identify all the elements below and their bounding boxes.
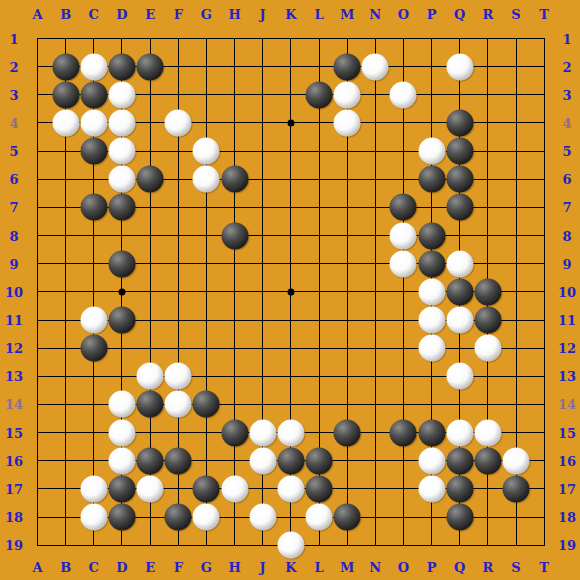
column-label-top: P bbox=[427, 7, 437, 22]
row-label-right: 7 bbox=[562, 200, 571, 215]
black-stone bbox=[306, 447, 333, 474]
white-stone bbox=[80, 504, 107, 531]
white-stone bbox=[446, 53, 473, 80]
row-label-right: 12 bbox=[558, 341, 576, 356]
white-stone bbox=[193, 166, 220, 193]
column-label-bottom: H bbox=[228, 560, 240, 575]
black-stone bbox=[306, 81, 333, 108]
black-stone bbox=[137, 391, 164, 418]
black-stone bbox=[418, 222, 445, 249]
row-label-right: 16 bbox=[558, 453, 576, 468]
white-stone bbox=[108, 419, 135, 446]
white-stone bbox=[306, 504, 333, 531]
row-label-right: 19 bbox=[558, 538, 576, 553]
white-stone bbox=[108, 81, 135, 108]
column-label-bottom: E bbox=[145, 560, 155, 575]
row-label-left: 19 bbox=[5, 538, 23, 553]
black-stone bbox=[277, 447, 304, 474]
row-label-left: 4 bbox=[9, 115, 18, 130]
row-label-right: 18 bbox=[558, 510, 576, 525]
column-label-top: T bbox=[539, 7, 549, 22]
column-label-bottom: N bbox=[369, 560, 381, 575]
white-stone bbox=[418, 138, 445, 165]
column-label-bottom: D bbox=[116, 560, 127, 575]
column-label-bottom: L bbox=[314, 560, 323, 575]
white-stone bbox=[446, 363, 473, 390]
white-stone bbox=[108, 109, 135, 136]
row-label-left: 15 bbox=[5, 425, 23, 440]
column-label-bottom: G bbox=[201, 560, 212, 575]
black-stone bbox=[80, 194, 107, 221]
column-label-top: L bbox=[314, 7, 323, 22]
black-stone bbox=[221, 222, 248, 249]
black-stone bbox=[446, 109, 473, 136]
go-board[interactable]: AABBCCDDEEFFGGHHJJKKLLMMNNOOPPQQRRSSTT11… bbox=[0, 0, 580, 580]
black-stone bbox=[446, 504, 473, 531]
row-label-left: 2 bbox=[9, 59, 18, 74]
column-label-bottom: O bbox=[398, 560, 409, 575]
row-label-right: 2 bbox=[562, 59, 571, 74]
black-stone bbox=[108, 250, 135, 277]
column-label-top: R bbox=[482, 7, 493, 22]
black-stone bbox=[80, 335, 107, 362]
row-label-left: 5 bbox=[9, 144, 18, 159]
black-stone bbox=[474, 447, 501, 474]
column-label-bottom: T bbox=[539, 560, 549, 575]
column-label-top: M bbox=[340, 7, 354, 22]
black-stone bbox=[446, 278, 473, 305]
white-stone bbox=[108, 166, 135, 193]
white-stone bbox=[390, 222, 417, 249]
column-label-top: F bbox=[174, 7, 183, 22]
white-stone bbox=[193, 504, 220, 531]
white-stone bbox=[137, 475, 164, 502]
star-point bbox=[287, 288, 294, 295]
black-stone bbox=[52, 81, 79, 108]
row-label-right: 13 bbox=[558, 369, 576, 384]
row-label-left: 10 bbox=[5, 284, 23, 299]
white-stone bbox=[390, 81, 417, 108]
column-label-top: G bbox=[201, 7, 212, 22]
row-label-left: 13 bbox=[5, 369, 23, 384]
black-stone bbox=[334, 419, 361, 446]
row-label-left: 12 bbox=[5, 341, 23, 356]
white-stone bbox=[362, 53, 389, 80]
black-stone bbox=[418, 419, 445, 446]
black-stone bbox=[446, 475, 473, 502]
row-label-right: 11 bbox=[558, 313, 576, 328]
row-label-right: 15 bbox=[558, 425, 576, 440]
white-stone bbox=[193, 138, 220, 165]
column-label-top: S bbox=[511, 7, 520, 22]
black-stone bbox=[221, 166, 248, 193]
white-stone bbox=[334, 109, 361, 136]
row-label-left: 11 bbox=[5, 313, 23, 328]
white-stone bbox=[108, 391, 135, 418]
column-label-bottom: M bbox=[340, 560, 354, 575]
black-stone bbox=[446, 138, 473, 165]
row-label-right: 10 bbox=[558, 284, 576, 299]
column-label-top: K bbox=[285, 7, 296, 22]
row-label-left: 3 bbox=[9, 87, 18, 102]
black-stone bbox=[474, 307, 501, 334]
column-label-top: D bbox=[116, 7, 127, 22]
row-label-left: 14 bbox=[5, 397, 23, 412]
row-label-left: 8 bbox=[9, 228, 18, 243]
column-label-bottom: C bbox=[89, 560, 99, 575]
row-label-right: 4 bbox=[562, 115, 571, 130]
black-stone bbox=[418, 250, 445, 277]
white-stone bbox=[418, 278, 445, 305]
black-stone bbox=[446, 194, 473, 221]
black-stone bbox=[474, 278, 501, 305]
white-stone bbox=[249, 419, 276, 446]
black-stone bbox=[390, 194, 417, 221]
black-stone bbox=[193, 475, 220, 502]
black-stone bbox=[334, 504, 361, 531]
column-label-top: Q bbox=[454, 7, 465, 22]
column-label-top: E bbox=[145, 7, 155, 22]
black-stone bbox=[165, 504, 192, 531]
white-stone bbox=[80, 109, 107, 136]
white-stone bbox=[137, 363, 164, 390]
column-label-bottom: K bbox=[285, 560, 296, 575]
go-board-app: AABBCCDDEEFFGGHHJJKKLLMMNNOOPPQQRRSSTT11… bbox=[0, 0, 580, 580]
column-label-top: N bbox=[369, 7, 381, 22]
board-grid-line bbox=[375, 38, 376, 545]
white-stone bbox=[108, 447, 135, 474]
row-label-right: 6 bbox=[562, 172, 571, 187]
black-stone bbox=[221, 419, 248, 446]
white-stone bbox=[446, 307, 473, 334]
board-grid-line bbox=[544, 38, 545, 545]
white-stone bbox=[165, 363, 192, 390]
column-label-bottom: F bbox=[174, 560, 183, 575]
white-stone bbox=[418, 335, 445, 362]
column-label-top: O bbox=[398, 7, 409, 22]
white-stone bbox=[446, 419, 473, 446]
white-stone bbox=[418, 475, 445, 502]
column-label-top: C bbox=[89, 7, 99, 22]
black-stone bbox=[446, 166, 473, 193]
column-label-bottom: R bbox=[482, 560, 493, 575]
black-stone bbox=[418, 166, 445, 193]
white-stone bbox=[165, 109, 192, 136]
white-stone bbox=[334, 81, 361, 108]
white-stone bbox=[80, 475, 107, 502]
board-grid-line bbox=[403, 38, 404, 545]
column-label-bottom: A bbox=[32, 560, 42, 575]
black-stone bbox=[80, 138, 107, 165]
column-label-top: B bbox=[60, 7, 71, 22]
white-stone bbox=[52, 109, 79, 136]
black-stone bbox=[446, 447, 473, 474]
black-stone bbox=[108, 194, 135, 221]
row-label-left: 16 bbox=[5, 453, 23, 468]
row-label-right: 1 bbox=[562, 31, 571, 46]
white-stone bbox=[474, 419, 501, 446]
white-stone bbox=[277, 419, 304, 446]
white-stone bbox=[165, 391, 192, 418]
column-label-top: H bbox=[228, 7, 240, 22]
column-label-top: A bbox=[32, 7, 42, 22]
white-stone bbox=[249, 504, 276, 531]
row-label-left: 17 bbox=[5, 481, 23, 496]
black-stone bbox=[137, 447, 164, 474]
white-stone bbox=[277, 532, 304, 559]
black-stone bbox=[137, 53, 164, 80]
column-label-bottom: S bbox=[511, 560, 520, 575]
black-stone bbox=[165, 447, 192, 474]
star-point bbox=[118, 288, 125, 295]
white-stone bbox=[249, 447, 276, 474]
white-stone bbox=[108, 138, 135, 165]
white-stone bbox=[503, 447, 530, 474]
black-stone bbox=[306, 475, 333, 502]
black-stone bbox=[80, 81, 107, 108]
white-stone bbox=[221, 475, 248, 502]
column-label-bottom: J bbox=[260, 560, 266, 575]
row-label-left: 7 bbox=[9, 200, 18, 215]
star-point bbox=[287, 119, 294, 126]
row-label-right: 14 bbox=[558, 397, 576, 412]
column-label-bottom: B bbox=[60, 560, 71, 575]
column-label-bottom: P bbox=[427, 560, 437, 575]
row-label-right: 17 bbox=[558, 481, 576, 496]
column-label-top: J bbox=[260, 7, 266, 22]
black-stone bbox=[137, 166, 164, 193]
black-stone bbox=[503, 475, 530, 502]
white-stone bbox=[474, 335, 501, 362]
black-stone bbox=[108, 307, 135, 334]
black-stone bbox=[193, 391, 220, 418]
black-stone bbox=[52, 53, 79, 80]
row-label-left: 9 bbox=[9, 256, 18, 271]
row-label-right: 5 bbox=[562, 144, 571, 159]
row-label-left: 18 bbox=[5, 510, 23, 525]
row-label-right: 9 bbox=[562, 256, 571, 271]
white-stone bbox=[80, 307, 107, 334]
white-stone bbox=[80, 53, 107, 80]
row-label-right: 8 bbox=[562, 228, 571, 243]
row-label-left: 6 bbox=[9, 172, 18, 187]
black-stone bbox=[334, 53, 361, 80]
white-stone bbox=[446, 250, 473, 277]
black-stone bbox=[108, 53, 135, 80]
white-stone bbox=[390, 250, 417, 277]
white-stone bbox=[418, 307, 445, 334]
black-stone bbox=[108, 504, 135, 531]
row-label-left: 1 bbox=[9, 31, 18, 46]
row-label-right: 3 bbox=[562, 87, 571, 102]
column-label-bottom: Q bbox=[454, 560, 465, 575]
white-stone bbox=[418, 447, 445, 474]
board-grid-line bbox=[37, 348, 545, 349]
black-stone bbox=[108, 475, 135, 502]
white-stone bbox=[277, 475, 304, 502]
black-stone bbox=[390, 419, 417, 446]
